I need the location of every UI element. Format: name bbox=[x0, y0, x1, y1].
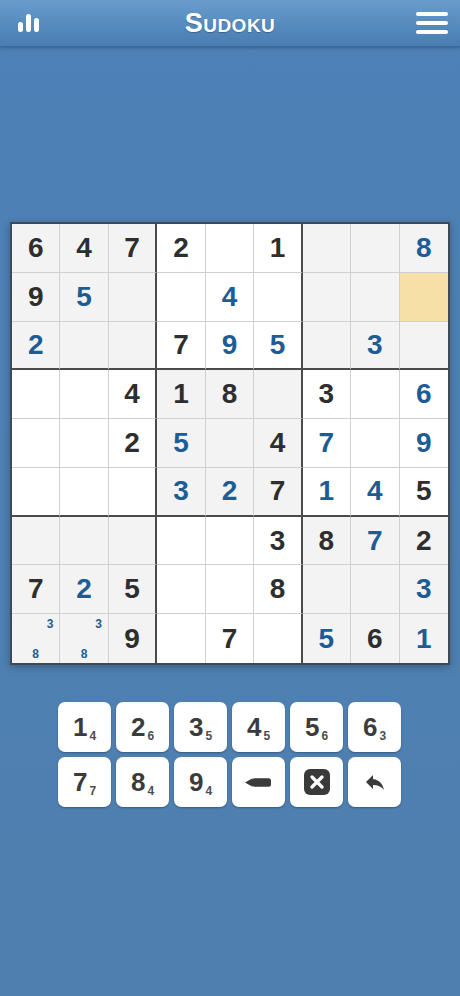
cell-r8c4[interactable] bbox=[157, 565, 205, 614]
key-digit: 1 bbox=[73, 714, 87, 740]
user-digit: 3 bbox=[367, 331, 383, 359]
key-digit: 3 bbox=[189, 714, 203, 740]
key-digit: 7 bbox=[73, 769, 87, 795]
given-digit: 7 bbox=[124, 234, 140, 262]
key-digit: 5 bbox=[305, 714, 319, 740]
cell-r1c2[interactable]: 4 bbox=[60, 224, 108, 273]
cell-r7c7[interactable]: 8 bbox=[303, 517, 351, 566]
given-digit: 8 bbox=[270, 575, 286, 603]
cell-r8c3[interactable]: 5 bbox=[109, 565, 157, 614]
given-digit: 4 bbox=[76, 234, 92, 262]
given-digit: 7 bbox=[222, 625, 238, 653]
given-digit: 2 bbox=[124, 429, 140, 457]
keypad-row-2: 778494 bbox=[58, 757, 401, 807]
cell-r9c4[interactable] bbox=[157, 614, 205, 663]
cell-r2c3[interactable] bbox=[109, 273, 157, 322]
cell-r9c6[interactable] bbox=[254, 614, 302, 663]
given-digit: 5 bbox=[124, 575, 140, 603]
stats-button[interactable] bbox=[0, 0, 56, 46]
cell-r9c3[interactable]: 9 bbox=[109, 614, 157, 663]
cell-r9c2[interactable]: 38 bbox=[60, 614, 108, 663]
pencil-notes: 38 bbox=[14, 616, 57, 661]
key-1[interactable]: 14 bbox=[58, 702, 111, 752]
cell-r5c3[interactable]: 2 bbox=[109, 419, 157, 468]
key-digit: 4 bbox=[247, 714, 261, 740]
undo-icon bbox=[361, 770, 389, 794]
key-digit: 9 bbox=[189, 769, 203, 795]
menu-button[interactable] bbox=[404, 0, 460, 46]
cell-r9c5[interactable]: 7 bbox=[206, 614, 254, 663]
user-digit: 9 bbox=[222, 331, 238, 359]
cell-r6c4[interactable]: 3 bbox=[157, 468, 205, 517]
cell-r7c1[interactable] bbox=[12, 517, 60, 566]
cell-r6c2[interactable] bbox=[60, 468, 108, 517]
digit-count-badge: 4 bbox=[147, 784, 154, 798]
user-digit: 2 bbox=[28, 331, 44, 359]
key-5[interactable]: 56 bbox=[290, 702, 343, 752]
given-digit: 8 bbox=[222, 380, 238, 408]
cell-r7c4[interactable] bbox=[157, 517, 205, 566]
user-digit: 4 bbox=[222, 283, 238, 311]
cell-r5c7[interactable]: 7 bbox=[303, 419, 351, 468]
user-digit: 5 bbox=[76, 283, 92, 311]
cell-r1c4[interactable]: 2 bbox=[157, 224, 205, 273]
given-digit: 2 bbox=[173, 234, 189, 262]
cell-r4c6[interactable] bbox=[254, 370, 302, 419]
digit-count-badge: 7 bbox=[89, 784, 96, 798]
cell-r6c7[interactable]: 1 bbox=[303, 468, 351, 517]
cell-r5c5[interactable] bbox=[206, 419, 254, 468]
cell-r4c5[interactable]: 8 bbox=[206, 370, 254, 419]
cell-r2c5[interactable]: 4 bbox=[206, 273, 254, 322]
cell-r6c8[interactable]: 4 bbox=[351, 468, 399, 517]
cell-r3c9[interactable] bbox=[400, 322, 448, 371]
cell-r8c6[interactable]: 8 bbox=[254, 565, 302, 614]
cell-r5c8[interactable] bbox=[351, 419, 399, 468]
user-digit: 2 bbox=[222, 477, 238, 505]
user-digit: 1 bbox=[319, 477, 335, 505]
digit-count-badge: 5 bbox=[263, 729, 270, 743]
cell-r8c8[interactable] bbox=[351, 565, 399, 614]
cell-r5c9[interactable]: 9 bbox=[400, 419, 448, 468]
given-digit: 8 bbox=[319, 527, 335, 555]
cell-r6c6[interactable]: 7 bbox=[254, 468, 302, 517]
given-digit: 1 bbox=[270, 234, 286, 262]
cell-r3c6[interactable]: 5 bbox=[254, 322, 302, 371]
digit-count-badge: 4 bbox=[205, 784, 212, 798]
user-digit: 5 bbox=[319, 625, 335, 653]
cell-r7c5[interactable] bbox=[206, 517, 254, 566]
cell-r4c3[interactable]: 4 bbox=[109, 370, 157, 419]
cell-r8c9[interactable]: 3 bbox=[400, 565, 448, 614]
cell-r7c6[interactable]: 3 bbox=[254, 517, 302, 566]
keypad-row-1: 142635455663 bbox=[58, 702, 401, 752]
given-digit: 5 bbox=[416, 477, 432, 505]
user-digit: 3 bbox=[173, 477, 189, 505]
sudoku-app: Sudoku 647218954279534183625479327145387… bbox=[0, 0, 460, 996]
cell-r3c2[interactable] bbox=[60, 322, 108, 371]
given-digit: 9 bbox=[124, 625, 140, 653]
hamburger-menu-icon bbox=[416, 12, 448, 34]
cell-r2c9[interactable] bbox=[400, 273, 448, 322]
cell-r1c5[interactable] bbox=[206, 224, 254, 273]
given-digit: 2 bbox=[416, 527, 432, 555]
digit-count-badge: 3 bbox=[379, 729, 386, 743]
given-digit: 4 bbox=[270, 429, 286, 457]
key-8[interactable]: 84 bbox=[116, 757, 169, 807]
key-7[interactable]: 77 bbox=[58, 757, 111, 807]
given-digit: 4 bbox=[124, 380, 140, 408]
cell-r8c7[interactable] bbox=[303, 565, 351, 614]
cell-r1c9[interactable]: 8 bbox=[400, 224, 448, 273]
cell-r9c1[interactable]: 38 bbox=[12, 614, 60, 663]
cell-r2c6[interactable] bbox=[254, 273, 302, 322]
cell-r7c8[interactable]: 7 bbox=[351, 517, 399, 566]
cell-r4c1[interactable] bbox=[12, 370, 60, 419]
given-digit: 6 bbox=[28, 234, 44, 262]
cell-r6c1[interactable] bbox=[12, 468, 60, 517]
given-digit: 7 bbox=[270, 477, 286, 505]
cell-r5c2[interactable] bbox=[60, 419, 108, 468]
cell-r9c9[interactable]: 1 bbox=[400, 614, 448, 663]
user-digit: 7 bbox=[319, 429, 335, 457]
digit-count-badge: 6 bbox=[321, 729, 328, 743]
cell-r6c9[interactable]: 5 bbox=[400, 468, 448, 517]
user-digit: 6 bbox=[416, 380, 432, 408]
user-digit: 5 bbox=[270, 331, 286, 359]
given-digit: 1 bbox=[173, 380, 189, 408]
cell-r5c1[interactable] bbox=[12, 419, 60, 468]
cell-r7c9[interactable]: 2 bbox=[400, 517, 448, 566]
user-digit: 9 bbox=[416, 429, 432, 457]
user-digit: 5 bbox=[173, 429, 189, 457]
given-digit: 3 bbox=[319, 380, 335, 408]
cell-r1c6[interactable]: 1 bbox=[254, 224, 302, 273]
cell-r6c3[interactable] bbox=[109, 468, 157, 517]
user-digit: 7 bbox=[367, 527, 383, 555]
cell-r4c2[interactable] bbox=[60, 370, 108, 419]
cell-r7c3[interactable] bbox=[109, 517, 157, 566]
cell-r3c4[interactable]: 7 bbox=[157, 322, 205, 371]
app-header: Sudoku bbox=[0, 0, 460, 47]
erase-icon bbox=[304, 769, 330, 795]
page-title: Sudoku bbox=[0, 8, 460, 39]
cell-r1c3[interactable]: 7 bbox=[109, 224, 157, 273]
cell-r2c7[interactable] bbox=[303, 273, 351, 322]
user-digit: 8 bbox=[416, 234, 432, 262]
digit-count-badge: 6 bbox=[147, 729, 154, 743]
erase-button[interactable] bbox=[290, 757, 343, 807]
cell-r3c5[interactable]: 9 bbox=[206, 322, 254, 371]
given-digit: 6 bbox=[367, 625, 383, 653]
key-digit: 8 bbox=[131, 769, 145, 795]
given-digit: 9 bbox=[28, 283, 44, 311]
key-digit: 2 bbox=[131, 714, 145, 740]
cell-r2c2[interactable]: 5 bbox=[60, 273, 108, 322]
user-digit: 4 bbox=[367, 477, 383, 505]
undo-button[interactable] bbox=[348, 757, 401, 807]
cell-r8c5[interactable] bbox=[206, 565, 254, 614]
key-6[interactable]: 63 bbox=[348, 702, 401, 752]
key-3[interactable]: 35 bbox=[174, 702, 227, 752]
key-9[interactable]: 94 bbox=[174, 757, 227, 807]
cell-r9c7[interactable]: 5 bbox=[303, 614, 351, 663]
cell-r2c8[interactable] bbox=[351, 273, 399, 322]
cell-r5c4[interactable]: 5 bbox=[157, 419, 205, 468]
bar-chart-icon bbox=[18, 14, 39, 32]
pencil-icon bbox=[244, 777, 274, 788]
user-digit: 1 bbox=[416, 625, 432, 653]
cell-r2c4[interactable] bbox=[157, 273, 205, 322]
cell-r3c8[interactable]: 3 bbox=[351, 322, 399, 371]
cell-r3c7[interactable] bbox=[303, 322, 351, 371]
cell-r1c1[interactable]: 6 bbox=[12, 224, 60, 273]
digit-count-badge: 4 bbox=[89, 729, 96, 743]
key-digit: 6 bbox=[363, 714, 377, 740]
cell-r4c9[interactable]: 6 bbox=[400, 370, 448, 419]
cell-r6c5[interactable]: 2 bbox=[206, 468, 254, 517]
given-digit: 7 bbox=[28, 575, 44, 603]
pencil-mode-button[interactable] bbox=[232, 757, 285, 807]
cell-r7c2[interactable] bbox=[60, 517, 108, 566]
cell-r1c7[interactable] bbox=[303, 224, 351, 273]
key-4[interactable]: 45 bbox=[232, 702, 285, 752]
pencil-notes: 38 bbox=[62, 616, 105, 661]
given-digit: 7 bbox=[173, 331, 189, 359]
user-digit: 2 bbox=[76, 575, 92, 603]
erase-x-glyph bbox=[304, 769, 330, 795]
cell-r9c8[interactable]: 6 bbox=[351, 614, 399, 663]
cell-r3c1[interactable]: 2 bbox=[12, 322, 60, 371]
digit-count-badge: 5 bbox=[205, 729, 212, 743]
cell-r8c1[interactable]: 7 bbox=[12, 565, 60, 614]
cell-r1c8[interactable] bbox=[351, 224, 399, 273]
given-digit: 3 bbox=[270, 527, 286, 555]
number-keypad: 142635455663778494 bbox=[58, 702, 401, 807]
sudoku-grid: 6472189542795341836254793271453872725833… bbox=[10, 222, 450, 665]
cell-r4c8[interactable] bbox=[351, 370, 399, 419]
cell-r2c1[interactable]: 9 bbox=[12, 273, 60, 322]
cell-r4c4[interactable]: 1 bbox=[157, 370, 205, 419]
cell-r8c2[interactable]: 2 bbox=[60, 565, 108, 614]
cell-r3c3[interactable] bbox=[109, 322, 157, 371]
user-digit: 3 bbox=[416, 575, 432, 603]
cell-r4c7[interactable]: 3 bbox=[303, 370, 351, 419]
cell-r5c6[interactable]: 4 bbox=[254, 419, 302, 468]
key-2[interactable]: 26 bbox=[116, 702, 169, 752]
